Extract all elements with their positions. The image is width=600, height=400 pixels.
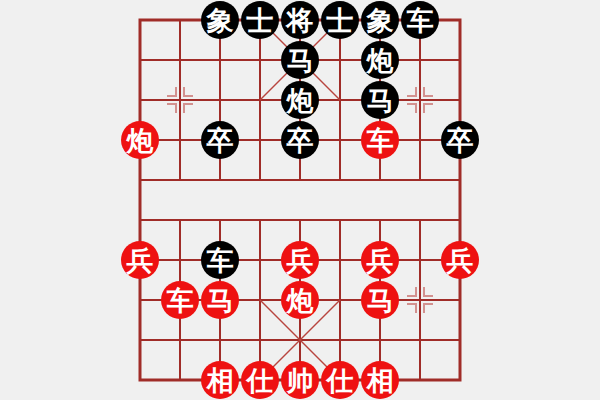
piece-black-pawn[interactable]: 卒	[441, 121, 479, 159]
piece-red-pawn[interactable]: 兵	[361, 241, 399, 279]
cannon-point-marker	[424, 104, 433, 113]
cannon-point-marker	[184, 104, 193, 113]
piece-black-advisor[interactable]: 士	[241, 1, 279, 39]
cannon-point-marker	[167, 104, 176, 113]
piece-black-horse[interactable]: 马	[281, 41, 319, 79]
piece-red-king[interactable]: 帅	[281, 361, 319, 399]
piece-red-horse[interactable]: 马	[201, 281, 239, 319]
piece-black-pawn[interactable]: 卒	[201, 121, 239, 159]
cannon-point-marker	[167, 87, 176, 96]
xiangqi-board[interactable]: 象士将士象车马炮炮马炮卒卒车卒兵车兵兵兵车马炮马相仕帅仕相	[0, 0, 600, 400]
piece-black-elephant[interactable]: 象	[361, 1, 399, 39]
piece-red-elephant[interactable]: 相	[361, 361, 399, 399]
piece-red-advisor[interactable]: 仕	[321, 361, 359, 399]
piece-red-rook[interactable]: 车	[361, 121, 399, 159]
cannon-point-marker	[407, 104, 416, 113]
cannon-point-marker	[424, 87, 433, 96]
piece-red-cannon[interactable]: 炮	[121, 121, 159, 159]
piece-red-elephant[interactable]: 相	[201, 361, 239, 399]
piece-black-horse[interactable]: 马	[361, 81, 399, 119]
cannon-point-marker	[424, 287, 433, 296]
piece-black-cannon[interactable]: 炮	[281, 81, 319, 119]
cannon-point-marker	[407, 304, 416, 313]
piece-black-king[interactable]: 将	[281, 1, 319, 39]
piece-black-elephant[interactable]: 象	[201, 1, 239, 39]
piece-red-rook[interactable]: 车	[161, 281, 199, 319]
cannon-point-marker	[424, 304, 433, 313]
piece-black-rook[interactable]: 车	[401, 1, 439, 39]
piece-red-horse[interactable]: 马	[361, 281, 399, 319]
piece-black-pawn[interactable]: 卒	[281, 121, 319, 159]
piece-black-cannon[interactable]: 炮	[361, 41, 399, 79]
piece-black-advisor[interactable]: 士	[321, 1, 359, 39]
piece-red-cannon[interactable]: 炮	[281, 281, 319, 319]
piece-red-advisor[interactable]: 仕	[241, 361, 279, 399]
piece-red-pawn[interactable]: 兵	[121, 241, 159, 279]
cannon-point-marker	[407, 87, 416, 96]
piece-red-pawn[interactable]: 兵	[441, 241, 479, 279]
piece-red-pawn[interactable]: 兵	[281, 241, 319, 279]
cannon-point-marker	[407, 287, 416, 296]
cannon-point-marker	[184, 87, 193, 96]
piece-black-rook[interactable]: 车	[201, 241, 239, 279]
